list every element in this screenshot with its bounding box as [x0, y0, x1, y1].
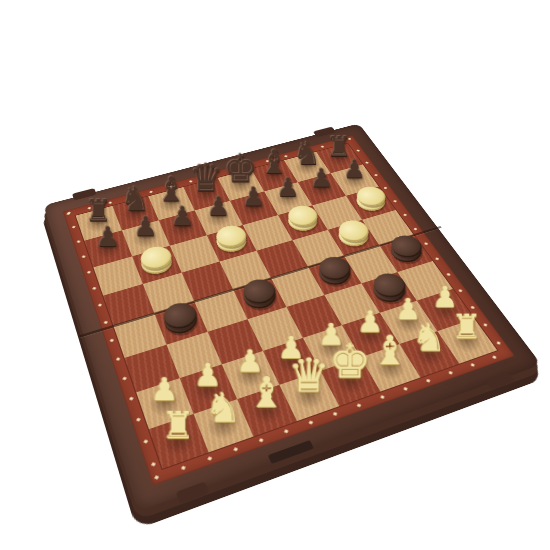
cream-pawn-glyph: ♟	[150, 374, 178, 406]
cream-queen-glyph: ♛	[288, 353, 330, 400]
cream-bishop-glyph: ♝	[372, 330, 408, 370]
cream-knight-glyph: ♞	[205, 387, 242, 428]
cream-knight-glyph: ♞	[412, 318, 446, 356]
cream-bishop-glyph: ♝	[248, 372, 285, 414]
cream-king-glyph: ♚	[329, 338, 371, 385]
chess-board-assembly: ♜♞♝♛♚♝♞♜♟♟♟♟♟♟♟♟♟♟♟♟♟♟♟♟♜♞♝♛♚♝♞♜	[44, 123, 542, 511]
cream-rook-glyph: ♜	[162, 406, 195, 443]
cream-rook-glyph: ♜	[452, 309, 482, 343]
product-photo-scene: ♜♞♝♛♚♝♞♜♟♟♟♟♟♟♟♟♟♟♟♟♟♟♟♟♜♞♝♛♚♝♞♜	[0, 0, 550, 550]
